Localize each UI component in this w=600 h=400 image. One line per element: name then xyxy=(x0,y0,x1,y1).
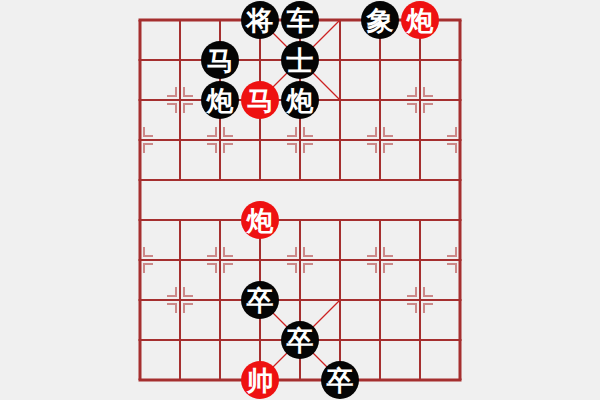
piece-black-general[interactable]: 将 xyxy=(241,1,279,39)
piece-black-cannon[interactable]: 炮 xyxy=(201,81,239,119)
piece-black-chariot[interactable]: 车 xyxy=(281,1,319,39)
piece-black-soldier[interactable]: 卒 xyxy=(321,361,359,399)
piece-black-cannon[interactable]: 炮 xyxy=(281,81,319,119)
piece-red-horse[interactable]: 马 xyxy=(241,81,279,119)
piece-grid: 将车象炮马士炮马炮炮卒卒帅卒 xyxy=(120,0,480,400)
piece-black-horse[interactable]: 马 xyxy=(201,41,239,79)
piece-red-general[interactable]: 帅 xyxy=(241,361,279,399)
piece-black-advisor[interactable]: 士 xyxy=(281,41,319,79)
piece-black-soldier[interactable]: 卒 xyxy=(241,281,279,319)
xiangqi-board: 将车象炮马士炮马炮炮卒卒帅卒 xyxy=(0,0,600,400)
piece-black-soldier[interactable]: 卒 xyxy=(281,321,319,359)
piece-red-cannon[interactable]: 炮 xyxy=(241,201,279,239)
piece-black-elephant[interactable]: 象 xyxy=(361,1,399,39)
piece-red-cannon[interactable]: 炮 xyxy=(401,1,439,39)
